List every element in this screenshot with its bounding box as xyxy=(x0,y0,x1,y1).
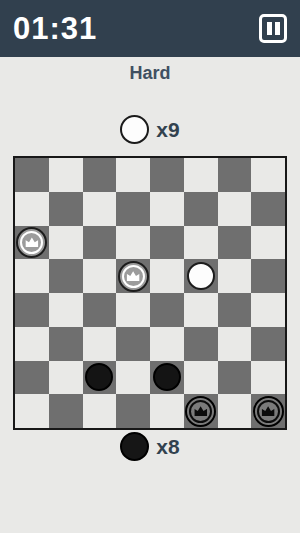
square-r1c0[interactable] xyxy=(15,192,49,226)
square-r2c3[interactable] xyxy=(116,226,150,260)
square-r5c0[interactable] xyxy=(15,327,49,361)
square-r3c0[interactable] xyxy=(15,259,49,293)
square-r6c6[interactable] xyxy=(218,361,252,395)
square-r7c3[interactable] xyxy=(116,394,150,428)
square-r3c2[interactable] xyxy=(83,259,117,293)
square-r1c5[interactable] xyxy=(184,192,218,226)
square-r7c4[interactable] xyxy=(150,394,184,428)
square-r1c2[interactable] xyxy=(83,192,117,226)
black-king-piece[interactable] xyxy=(185,396,216,427)
black-counter: x8 xyxy=(0,432,300,461)
square-r2c1[interactable] xyxy=(49,226,83,260)
square-r6c2[interactable] xyxy=(83,361,117,395)
square-r6c1[interactable] xyxy=(49,361,83,395)
square-r5c2[interactable] xyxy=(83,327,117,361)
pause-button[interactable] xyxy=(259,14,287,43)
square-r0c2[interactable] xyxy=(83,158,117,192)
square-r1c1[interactable] xyxy=(49,192,83,226)
square-r5c7[interactable] xyxy=(251,327,285,361)
square-r3c4[interactable] xyxy=(150,259,184,293)
square-r1c7[interactable] xyxy=(251,192,285,226)
square-r7c1[interactable] xyxy=(49,394,83,428)
square-r0c5[interactable] xyxy=(184,158,218,192)
black-king-piece[interactable] xyxy=(253,396,284,427)
square-r4c1[interactable] xyxy=(49,293,83,327)
square-r7c6[interactable] xyxy=(218,394,252,428)
square-r3c5[interactable] xyxy=(184,259,218,293)
square-r2c7[interactable] xyxy=(251,226,285,260)
square-r5c3[interactable] xyxy=(116,327,150,361)
pause-icon xyxy=(275,22,280,35)
square-r7c5[interactable] xyxy=(184,394,218,428)
square-r0c0[interactable] xyxy=(15,158,49,192)
square-r0c4[interactable] xyxy=(150,158,184,192)
square-r4c0[interactable] xyxy=(15,293,49,327)
square-r0c6[interactable] xyxy=(218,158,252,192)
black-piece-icon xyxy=(120,432,149,461)
square-r2c0[interactable] xyxy=(15,226,49,260)
square-r4c6[interactable] xyxy=(218,293,252,327)
square-r6c5[interactable] xyxy=(184,361,218,395)
square-r4c4[interactable] xyxy=(150,293,184,327)
square-r4c3[interactable] xyxy=(116,293,150,327)
white-piece-icon xyxy=(120,115,149,144)
black-man-piece[interactable] xyxy=(153,363,181,391)
square-r2c4[interactable] xyxy=(150,226,184,260)
square-r5c4[interactable] xyxy=(150,327,184,361)
square-r7c7[interactable] xyxy=(251,394,285,428)
square-r4c2[interactable] xyxy=(83,293,117,327)
header-bar: 01:31 xyxy=(0,0,300,57)
square-r1c3[interactable] xyxy=(116,192,150,226)
square-r7c2[interactable] xyxy=(83,394,117,428)
white-king-piece[interactable] xyxy=(16,227,47,258)
pause-icon xyxy=(267,22,272,35)
square-r2c2[interactable] xyxy=(83,226,117,260)
difficulty-label: Hard xyxy=(0,63,300,84)
white-count-label: x9 xyxy=(156,118,179,142)
square-r6c3[interactable] xyxy=(116,361,150,395)
black-count-label: x8 xyxy=(156,435,179,459)
square-r5c1[interactable] xyxy=(49,327,83,361)
square-r0c1[interactable] xyxy=(49,158,83,192)
black-man-piece[interactable] xyxy=(85,363,113,391)
square-r3c1[interactable] xyxy=(49,259,83,293)
white-counter: x9 xyxy=(0,115,300,144)
square-r4c7[interactable] xyxy=(251,293,285,327)
square-r6c7[interactable] xyxy=(251,361,285,395)
square-r0c7[interactable] xyxy=(251,158,285,192)
square-r1c4[interactable] xyxy=(150,192,184,226)
square-r7c0[interactable] xyxy=(15,394,49,428)
square-r5c5[interactable] xyxy=(184,327,218,361)
square-r6c0[interactable] xyxy=(15,361,49,395)
square-r2c5[interactable] xyxy=(184,226,218,260)
board xyxy=(13,156,287,430)
square-r5c6[interactable] xyxy=(218,327,252,361)
white-man-piece[interactable] xyxy=(187,262,215,290)
square-r4c5[interactable] xyxy=(184,293,218,327)
square-r3c6[interactable] xyxy=(218,259,252,293)
square-r0c3[interactable] xyxy=(116,158,150,192)
square-r2c6[interactable] xyxy=(218,226,252,260)
square-r6c4[interactable] xyxy=(150,361,184,395)
white-king-piece[interactable] xyxy=(118,261,149,292)
square-r3c7[interactable] xyxy=(251,259,285,293)
timer-text: 01:31 xyxy=(13,11,97,47)
square-r1c6[interactable] xyxy=(218,192,252,226)
square-r3c3[interactable] xyxy=(116,259,150,293)
